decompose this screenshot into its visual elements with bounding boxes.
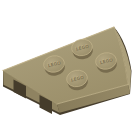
product-image: LEGO LEGO LEGO LEGO LEGO LEGO xyxy=(0,0,135,135)
lego-piece-image: LEGO LEGO LEGO LEGO LEGO LEGO xyxy=(0,0,135,135)
lego-piece: LEGO LEGO LEGO LEGO LEGO LEGO xyxy=(3,27,132,115)
